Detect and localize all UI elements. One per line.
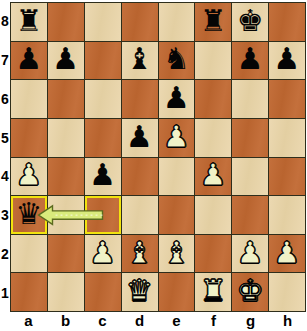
- square-g1[interactable]: ♚: [232, 273, 268, 311]
- rank-label-5: 5: [0, 118, 10, 157]
- piece-white-pawn[interactable]: ♟: [200, 160, 227, 190]
- file-label-c: c: [84, 311, 121, 331]
- square-d3[interactable]: [122, 196, 158, 234]
- square-g4[interactable]: [232, 158, 268, 196]
- square-e2[interactable]: ♝: [159, 235, 195, 273]
- square-c3[interactable]: [85, 196, 121, 234]
- square-f4[interactable]: ♟: [195, 158, 231, 196]
- square-g2[interactable]: ♟: [232, 235, 268, 273]
- square-g3[interactable]: [232, 196, 268, 234]
- piece-white-pawn[interactable]: ♟: [237, 238, 264, 268]
- piece-black-pawn[interactable]: ♟: [52, 44, 79, 74]
- rank-label-2: 2: [0, 235, 10, 274]
- square-f1[interactable]: ♜: [195, 273, 231, 311]
- piece-black-queen[interactable]: ♛: [15, 199, 42, 229]
- square-b5[interactable]: [48, 119, 84, 157]
- file-label-d: d: [121, 311, 158, 331]
- square-a3[interactable]: ♛: [11, 196, 47, 234]
- piece-white-pawn[interactable]: ♟: [89, 238, 116, 268]
- square-b3[interactable]: [48, 196, 84, 234]
- square-a5[interactable]: [11, 119, 47, 157]
- square-h5[interactable]: [269, 119, 305, 157]
- piece-white-pawn[interactable]: ♟: [15, 160, 42, 190]
- piece-black-pawn[interactable]: ♟: [89, 160, 116, 190]
- piece-white-king[interactable]: ♚: [237, 276, 264, 306]
- piece-black-pawn[interactable]: ♟: [163, 83, 190, 113]
- square-e8[interactable]: [159, 3, 195, 41]
- rank-label-3: 3: [0, 196, 10, 235]
- square-b8[interactable]: [48, 3, 84, 41]
- square-d8[interactable]: [122, 3, 158, 41]
- piece-white-pawn[interactable]: ♟: [163, 122, 190, 152]
- file-label-a: a: [10, 311, 47, 331]
- rank-label-8: 8: [0, 2, 10, 41]
- square-f2[interactable]: [195, 235, 231, 273]
- square-f8[interactable]: ♜: [195, 3, 231, 41]
- piece-white-rook[interactable]: ♜: [200, 276, 227, 306]
- square-g8[interactable]: ♚: [232, 3, 268, 41]
- piece-white-queen[interactable]: ♛: [126, 276, 153, 306]
- square-c4[interactable]: ♟: [85, 158, 121, 196]
- square-a2[interactable]: [11, 235, 47, 273]
- square-g6[interactable]: [232, 80, 268, 118]
- piece-black-pawn[interactable]: ♟: [274, 44, 301, 74]
- square-f6[interactable]: [195, 80, 231, 118]
- square-d6[interactable]: [122, 80, 158, 118]
- square-f5[interactable]: [195, 119, 231, 157]
- square-a8[interactable]: ♜: [11, 3, 47, 41]
- square-c2[interactable]: ♟: [85, 235, 121, 273]
- square-b6[interactable]: [48, 80, 84, 118]
- square-d5[interactable]: ♟: [122, 119, 158, 157]
- rank-label-4: 4: [0, 157, 10, 196]
- square-f3[interactable]: [195, 196, 231, 234]
- square-c6[interactable]: [85, 80, 121, 118]
- chess-diagram: 87654321 ♜♜♚♟♟♝♞♟♟♟♟♟♟♟♟♛♟♝♝♟♟♛♜♚ abcdef…: [0, 0, 307, 331]
- rank-label-1: 1: [0, 273, 10, 312]
- piece-black-king[interactable]: ♚: [237, 6, 264, 36]
- piece-black-bishop[interactable]: ♝: [126, 44, 153, 74]
- file-labels: abcdefgh: [10, 311, 306, 331]
- piece-black-rook[interactable]: ♜: [15, 6, 42, 36]
- square-b4[interactable]: [48, 158, 84, 196]
- piece-black-knight[interactable]: ♞: [163, 44, 190, 74]
- piece-black-rook[interactable]: ♜: [200, 6, 227, 36]
- square-e1[interactable]: [159, 273, 195, 311]
- piece-white-bishop[interactable]: ♝: [163, 238, 190, 268]
- square-c7[interactable]: [85, 42, 121, 80]
- square-a4[interactable]: ♟: [11, 158, 47, 196]
- square-h2[interactable]: ♟: [269, 235, 305, 273]
- piece-white-pawn[interactable]: ♟: [274, 238, 301, 268]
- square-b7[interactable]: ♟: [48, 42, 84, 80]
- square-e5[interactable]: ♟: [159, 119, 195, 157]
- square-g5[interactable]: [232, 119, 268, 157]
- piece-black-pawn[interactable]: ♟: [126, 122, 153, 152]
- square-e3[interactable]: [159, 196, 195, 234]
- square-h8[interactable]: [269, 3, 305, 41]
- square-b1[interactable]: [48, 273, 84, 311]
- square-h6[interactable]: [269, 80, 305, 118]
- square-d1[interactable]: ♛: [122, 273, 158, 311]
- square-c1[interactable]: [85, 273, 121, 311]
- rank-label-7: 7: [0, 41, 10, 80]
- piece-white-bishop[interactable]: ♝: [126, 238, 153, 268]
- square-f7[interactable]: [195, 42, 231, 80]
- file-label-h: h: [269, 311, 306, 331]
- square-e4[interactable]: [159, 158, 195, 196]
- square-e7[interactable]: ♞: [159, 42, 195, 80]
- file-label-e: e: [158, 311, 195, 331]
- square-g7[interactable]: ♟: [232, 42, 268, 80]
- square-e6[interactable]: ♟: [159, 80, 195, 118]
- square-a6[interactable]: [11, 80, 47, 118]
- file-label-b: b: [47, 311, 84, 331]
- square-h1[interactable]: [269, 273, 305, 311]
- square-h7[interactable]: ♟: [269, 42, 305, 80]
- square-h3[interactable]: [269, 196, 305, 234]
- file-label-f: f: [195, 311, 232, 331]
- square-c8[interactable]: [85, 3, 121, 41]
- square-d2[interactable]: ♝: [122, 235, 158, 273]
- square-c5[interactable]: [85, 119, 121, 157]
- square-a7[interactable]: ♟: [11, 42, 47, 80]
- rank-label-6: 6: [0, 80, 10, 119]
- square-d4[interactable]: [122, 158, 158, 196]
- square-h4[interactable]: [269, 158, 305, 196]
- square-a1[interactable]: [11, 273, 47, 311]
- piece-black-pawn[interactable]: ♟: [237, 44, 264, 74]
- board[interactable]: ♜♜♚♟♟♝♞♟♟♟♟♟♟♟♟♛♟♝♝♟♟♛♜♚: [10, 2, 306, 312]
- rank-labels: 87654321: [0, 2, 10, 312]
- piece-black-pawn[interactable]: ♟: [15, 44, 42, 74]
- file-label-g: g: [232, 311, 269, 331]
- square-b2[interactable]: [48, 235, 84, 273]
- square-d7[interactable]: ♝: [122, 42, 158, 80]
